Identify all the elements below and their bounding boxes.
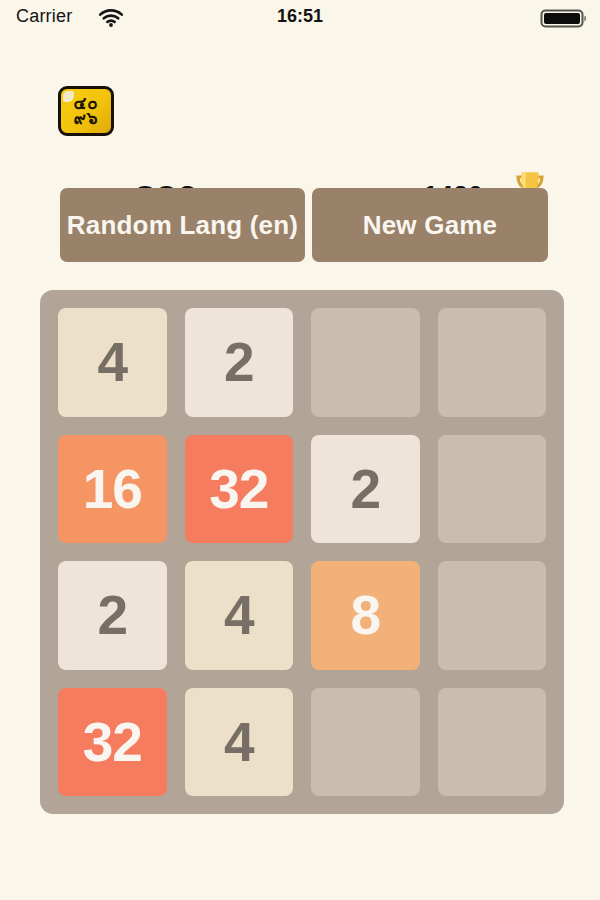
- tile-32: 32: [58, 688, 167, 797]
- battery-full-icon: [540, 9, 587, 32]
- new-game-button[interactable]: New Game: [312, 188, 548, 262]
- tile-2: 2: [311, 435, 420, 544]
- icon-highlight: [63, 91, 74, 102]
- tile-2: 2: [185, 308, 294, 417]
- carrier-label: Carrier: [16, 6, 72, 27]
- tile-16: 16: [58, 435, 167, 544]
- empty-cell: [438, 561, 547, 670]
- empty-cell: [438, 435, 547, 544]
- header: ๔๐ ๙๖ 320 1420: [0, 84, 600, 148]
- empty-cell: [311, 688, 420, 797]
- tile-4: 4: [58, 308, 167, 417]
- wifi-icon: [98, 7, 124, 31]
- app-icon: ๔๐ ๙๖: [58, 86, 114, 136]
- tile-32: 32: [185, 435, 294, 544]
- app-icon-line2: ๙๖: [73, 111, 98, 126]
- tile-4: 4: [185, 688, 294, 797]
- empty-cell: [438, 688, 547, 797]
- app-screen: Carrier 16:51 ๔๐ ๙๖ 320 1420: [0, 0, 600, 900]
- empty-cell: [311, 308, 420, 417]
- clock: 16:51: [277, 6, 323, 27]
- tile-2: 2: [58, 561, 167, 670]
- random-lang-button[interactable]: Random Lang (en): [60, 188, 305, 262]
- board[interactable]: 4216322248324: [40, 290, 564, 814]
- empty-cell: [438, 308, 547, 417]
- status-bar: Carrier 16:51: [0, 0, 600, 36]
- tile-4: 4: [185, 561, 294, 670]
- tile-8: 8: [311, 561, 420, 670]
